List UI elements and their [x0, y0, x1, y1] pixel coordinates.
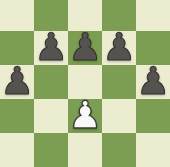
black-pawn[interactable]: ♟ [68, 30, 102, 64]
square-r3c2[interactable]: ♟ [68, 99, 102, 133]
black-pawn[interactable]: ♟ [0, 64, 34, 98]
square-r3c4[interactable] [136, 99, 170, 133]
square-r4c1[interactable] [34, 133, 68, 167]
square-r2c0[interactable]: ♟ [0, 65, 34, 99]
square-r1c2[interactable]: ♟ [68, 31, 102, 65]
square-r3c1[interactable] [34, 99, 68, 133]
square-r4c0[interactable] [0, 133, 34, 167]
square-r2c3[interactable] [102, 65, 136, 99]
white-pawn[interactable]: ♟ [68, 98, 102, 132]
black-pawn[interactable]: ♟ [102, 30, 136, 64]
square-r3c0[interactable] [0, 99, 34, 133]
square-r3c3[interactable] [102, 99, 136, 133]
square-r0c0[interactable] [0, 0, 34, 31]
square-r1c1[interactable]: ♟ [34, 31, 68, 65]
chess-board: ♟♟♟♟♟♟ [0, 0, 170, 167]
square-r4c3[interactable] [102, 133, 136, 167]
square-r0c4[interactable] [136, 0, 170, 31]
black-pawn[interactable]: ♟ [136, 64, 170, 98]
square-r2c4[interactable]: ♟ [136, 65, 170, 99]
square-r4c2[interactable] [68, 133, 102, 167]
square-r1c3[interactable]: ♟ [102, 31, 136, 65]
black-pawn[interactable]: ♟ [34, 30, 68, 64]
square-r2c1[interactable] [34, 65, 68, 99]
square-r4c4[interactable] [136, 133, 170, 167]
